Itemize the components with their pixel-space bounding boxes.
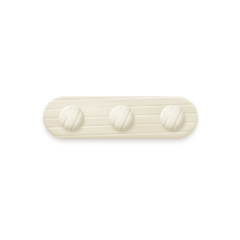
hook-knob-center xyxy=(109,105,134,130)
product-photo xyxy=(0,0,240,240)
hook-knob-left xyxy=(59,105,84,130)
hook-knob-right xyxy=(160,105,185,130)
